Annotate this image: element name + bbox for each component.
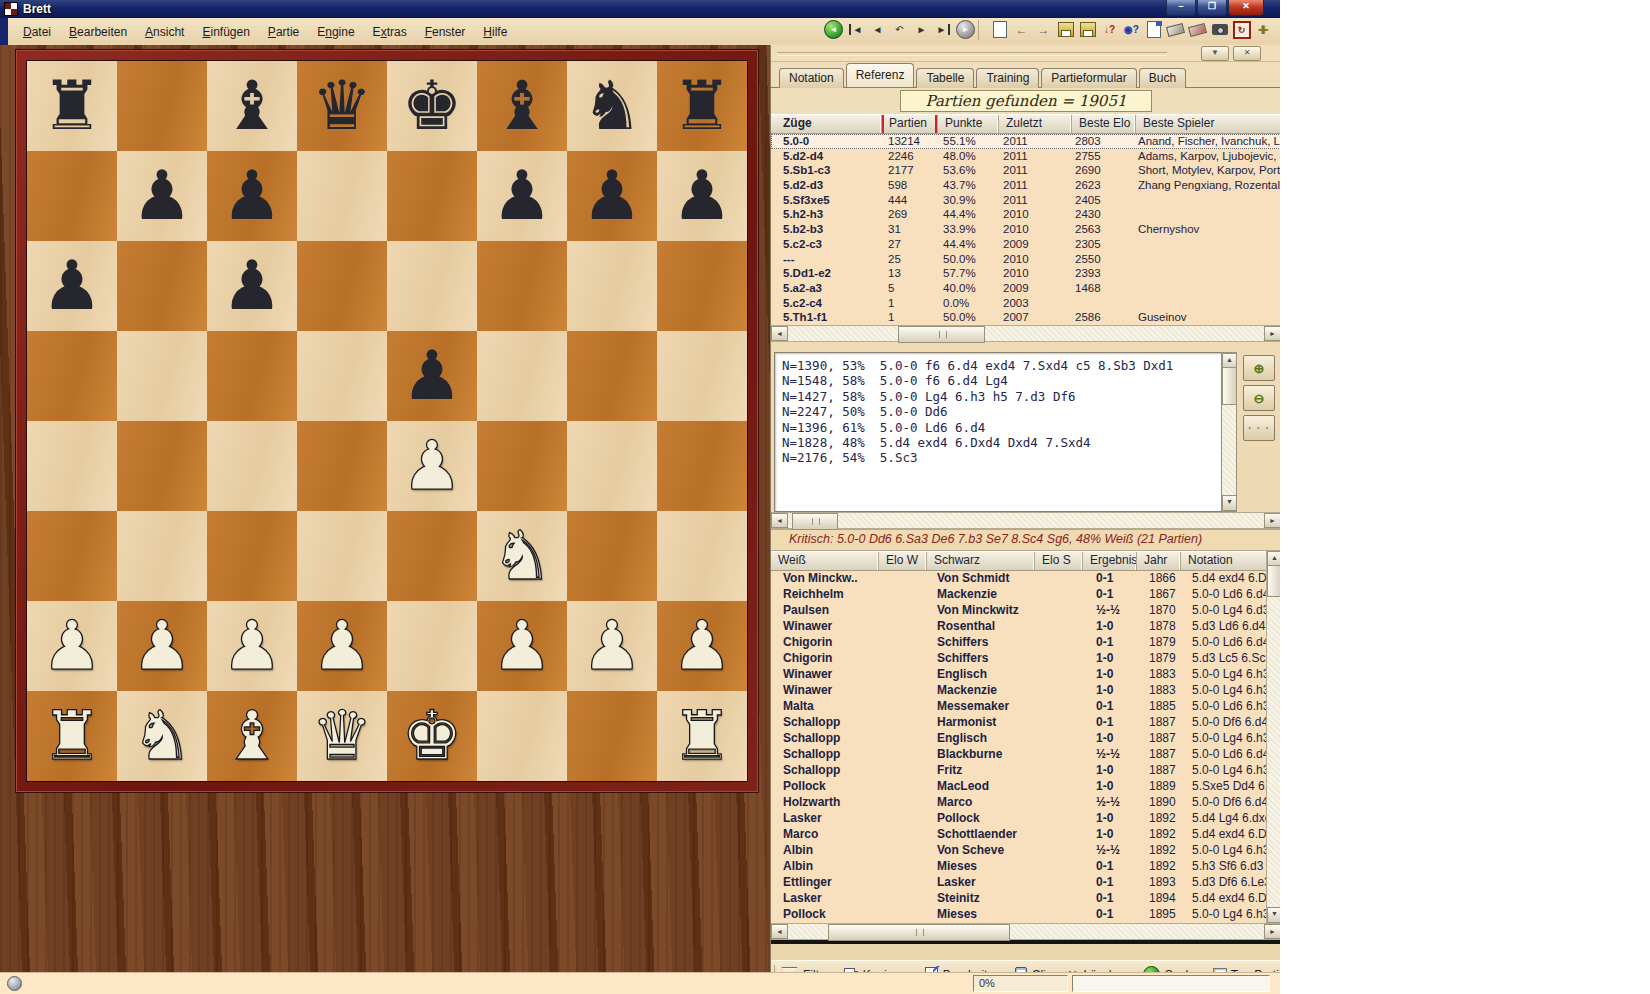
tab-training[interactable]: Training <box>976 68 1039 88</box>
zoom-buttons: ⊕ ⊖ · · · <box>1237 352 1280 512</box>
cell <box>883 699 930 715</box>
cell <box>883 843 930 859</box>
game-row-Ettlinger-Lasker[interactable]: EttlingerLasker0-118935.d3 Df6 6.Le3 h6 <box>771 875 1280 891</box>
square-b5[interactable] <box>117 331 207 421</box>
tab-buch[interactable]: Buch <box>1139 68 1186 88</box>
game-data-icon[interactable] <box>1143 19 1164 40</box>
cell: Pollock <box>771 779 883 795</box>
tab-partieformular[interactable]: Partieformular <box>1041 68 1136 88</box>
square-e6[interactable] <box>387 241 477 331</box>
eraser-icon[interactable] <box>1165 19 1186 40</box>
stats-table-rows: 5.0-01321455.1%20112803Anand, Fischer, I… <box>771 134 1280 325</box>
square-a1[interactable]: ♜ <box>27 691 117 781</box>
square-e1[interactable]: ♚ <box>387 691 477 781</box>
game-data-icon <box>1147 21 1161 38</box>
stats-row-5.c2-c4[interactable]: 5.c2-c410.0%2003 <box>771 296 1280 311</box>
square-g6[interactable] <box>567 241 657 331</box>
nav-forward-circle-icon[interactable]: ► <box>955 19 976 40</box>
arrow-left-icon[interactable]: ← <box>1011 19 1032 40</box>
square-c1[interactable]: ♝ <box>207 691 297 781</box>
tab-referenz[interactable]: Referenz <box>846 63 915 87</box>
status-bar: 0% <box>0 972 1280 994</box>
cell <box>883 779 930 795</box>
black-pawn-h7: ♟ <box>672 151 733 241</box>
cell: 269 <box>881 207 936 222</box>
square-h5[interactable] <box>657 331 747 421</box>
square-a3[interactable] <box>27 511 117 601</box>
menu-extras[interactable]: Extras <box>364 21 416 43</box>
game-row-Schallopp-Fritz[interactable]: SchalloppFritz1-018875.0-0 Lg4 6.h3 Lxf3 <box>771 763 1280 779</box>
cell: Englisch <box>930 667 1037 683</box>
cell <box>1037 811 1084 827</box>
game-row-Albin-Von Scheve[interactable]: AlbinVon Scheve½-½18925.0-0 Lg4 6.h3 h5 <box>771 843 1280 859</box>
scroll-left-icon[interactable]: ◄ <box>771 326 788 341</box>
cell: 2009 <box>996 237 1068 252</box>
square-h7[interactable]: ♟ <box>657 151 747 241</box>
game-row-Paulsen-Von Minckwitz[interactable]: PaulsenVon Minckwitz½-½18705.0-0 Lg4 6.d… <box>771 603 1280 619</box>
cell: 2393 <box>1068 266 1131 281</box>
zoom-in-button[interactable]: ⊕ <box>1243 355 1275 381</box>
game-row-Holzwarth-Marco[interactable]: HolzwarthMarco½-½18905.0-0 Df6 6.d4 exd <box>771 795 1280 811</box>
game-row-Marco-Schottlaender[interactable]: MarcoSchottlaender1-018925.d4 exd4 6.Dxd… <box>771 827 1280 843</box>
cell <box>1037 859 1084 875</box>
cell: 5.d2-d3 <box>771 178 881 193</box>
black-king-e8: ♚ <box>402 61 463 151</box>
cell: 2586 <box>1068 310 1131 325</box>
arrow-right-icon[interactable]: → <box>1033 19 1054 40</box>
cell <box>883 651 930 667</box>
black-knight-g8: ♞ <box>582 61 643 151</box>
cell: 1887 <box>1142 715 1185 731</box>
cell: Schallopp <box>771 731 883 747</box>
square-b4[interactable] <box>117 421 207 511</box>
cell: Marco <box>771 827 883 843</box>
scroll-down-icon[interactable]: ▼ <box>1222 495 1237 511</box>
load-question-icon[interactable]: ↓? <box>1099 19 1120 40</box>
cell: 25 <box>881 252 936 267</box>
engine-status-icon[interactable] <box>7 976 22 991</box>
col-jahr[interactable]: Jahr <box>1137 552 1181 570</box>
cell: 0-1 <box>1084 859 1142 875</box>
square-a2[interactable]: ♟ <box>27 601 117 691</box>
cell: 1890 <box>1142 795 1185 811</box>
cell: Von Minckwitz <box>930 603 1037 619</box>
square-a8[interactable]: ♜ <box>27 61 117 151</box>
col-elo-w[interactable]: Elo W <box>879 552 927 570</box>
cell: 2177 <box>881 163 936 178</box>
game-row-Schallopp-Harmonist[interactable]: SchalloppHarmonist0-118875.0-0 Df6 6.d4 … <box>771 715 1280 731</box>
game-row-Von Minckw..-Von Schmidt[interactable]: Von Minckw..Von Schmidt0-118665.d4 exd4 … <box>771 571 1280 587</box>
variation-line[interactable]: N=2247, 50% 5.0-0 Dd6 <box>782 404 1221 419</box>
stats-row-5.Sb1-c3[interactable]: 5.Sb1-c3217753.6%20112690Short, Motylev,… <box>771 163 1280 178</box>
square-b2[interactable]: ♟ <box>117 601 207 691</box>
variations-vscrollbar[interactable]: ▲ ▼ <box>1221 352 1237 512</box>
camera-icon[interactable] <box>1209 19 1230 40</box>
black-queen-d8: ♛ <box>312 61 373 151</box>
game-row-Winawer-Englisch[interactable]: WinawerEnglisch1-018835.0-0 Lg4 6.h3 Lxf… <box>771 667 1280 683</box>
stats-row-5.c2-c3[interactable]: 5.c2-c32744.4%20092305 <box>771 237 1280 252</box>
game-row-Chigorin-Schiffers[interactable]: ChigorinSchiffers1-018795.d3 Lc5 6.Sc3 L… <box>771 651 1280 667</box>
col-schwarz[interactable]: Schwarz <box>927 552 1035 570</box>
cell: Mackenzie <box>930 587 1037 603</box>
cell: 30.9% <box>936 193 996 208</box>
square-b8[interactable] <box>117 61 207 151</box>
scroll-down-icon[interactable]: ▼ <box>1267 907 1280 923</box>
cell: Harmonist <box>930 715 1037 731</box>
cell: 5.Sf3xe5 <box>771 193 881 208</box>
reference-panel: ▼ ✕ NotationReferenzTabelleTrainingParti… <box>770 45 1280 973</box>
square-g4[interactable] <box>567 421 657 511</box>
white-rook-a1: ♜ <box>42 691 103 781</box>
variations-box[interactable]: N=1390, 53% 5.0-0 f6 6.d4 exd4 7.Sxd4 c5… <box>774 352 1221 512</box>
square-c7[interactable]: ♟ <box>207 151 297 241</box>
scroll-left-icon[interactable]: ◄ <box>771 513 788 528</box>
cell: Reichhelm <box>771 587 883 603</box>
stats-row-5.Dd1-e2[interactable]: 5.Dd1-e21357.7%20102393 <box>771 266 1280 281</box>
square-c8[interactable]: ♝ <box>207 61 297 151</box>
load-question-icon: ↓? <box>1104 24 1115 35</box>
cell: 2010 <box>996 207 1068 222</box>
cell: 1-0 <box>1084 811 1142 827</box>
game-row-Chigorin-Schiffers[interactable]: ChigorinSchiffers0-118795.0-0 Ld6 6.d4 L… <box>771 635 1280 651</box>
col-beste-spieler[interactable]: Beste Spieler <box>1136 115 1280 133</box>
games-table: Weiß Elo W Schwarz Elo S Ergebnis Jahr N… <box>771 551 1280 923</box>
square-f4[interactable] <box>477 421 567 511</box>
square-b1[interactable]: ♞ <box>117 691 207 781</box>
square-f7[interactable]: ♟ <box>477 151 567 241</box>
games-vscrollbar[interactable]: ▲ ▼ <box>1266 551 1280 923</box>
square-d4[interactable] <box>297 421 387 511</box>
cell: 1879 <box>1142 651 1185 667</box>
zoom-out-button[interactable]: ⊖ <box>1243 385 1275 411</box>
replay-board-icon[interactable]: ↻ <box>1231 19 1252 40</box>
cell: 2755 <box>1068 149 1131 164</box>
square-g7[interactable]: ♟ <box>567 151 657 241</box>
cell: 2010 <box>996 266 1068 281</box>
cell: 0-1 <box>1084 891 1142 907</box>
col-elo-s[interactable]: Elo S <box>1035 552 1083 570</box>
square-h4[interactable] <box>657 421 747 511</box>
cell: 2563 <box>1068 222 1131 237</box>
game-row-Pollock-Mieses[interactable]: PollockMieses0-118955.0-0 Lg4 6.h3 h5 <box>771 907 1280 923</box>
game-row-Winawer-Mackenzie[interactable]: WinawerMackenzie1-018835.0-0 Lg4 6.h3 Lx… <box>771 683 1280 699</box>
cell: 2011 <box>996 134 1068 149</box>
square-d6[interactable] <box>297 241 387 331</box>
square-g1[interactable] <box>567 691 657 781</box>
cell: Malta <box>771 699 883 715</box>
square-d7[interactable] <box>297 151 387 241</box>
variation-line[interactable]: N=2176, 54% 5.Sc3 <box>782 450 1221 465</box>
square-a4[interactable] <box>27 421 117 511</box>
cell: Guseinov <box>1131 310 1280 325</box>
cell: 1-0 <box>1084 763 1142 779</box>
cell: 1893 <box>1142 875 1185 891</box>
square-d8[interactable]: ♛ <box>297 61 387 151</box>
new-game-icon[interactable] <box>989 19 1010 40</box>
variation-line[interactable]: N=1828, 48% 5.d4 exd4 6.Dxd4 Dxd4 7.Sxd4 <box>782 435 1221 450</box>
game-row-Albin-Mieses[interactable]: AlbinMieses0-118925.h3 Sf6 6.d3 Lc5 <box>771 859 1280 875</box>
variations-hscrollbar[interactable]: ◄ ► <box>771 512 1280 529</box>
palette-plus-icon[interactable]: + <box>1253 19 1274 40</box>
square-a5[interactable] <box>27 331 117 421</box>
menu-datei[interactable]: Datei <box>14 21 60 43</box>
cell <box>1131 252 1280 267</box>
game-row-Reichhelm-Mackenzie[interactable]: ReichhelmMackenzie0-118675.0-0 Ld6 6.d4 … <box>771 587 1280 603</box>
menu-bar: DateiBearbeitenAnsichtEinfügenPartieEngi… <box>0 18 1280 46</box>
cell: Steinitz <box>930 891 1037 907</box>
cell: 2803 <box>1068 134 1131 149</box>
col-partien[interactable]: Partien <box>882 115 938 133</box>
cell <box>883 875 930 891</box>
game-row-Pollock-MacLeod[interactable]: PollockMacLeod1-018895.Sxe5 Dd4 6.Sg4 <box>771 779 1280 795</box>
square-d1[interactable]: ♛ <box>297 691 387 781</box>
square-f5[interactable] <box>477 331 567 421</box>
col-zuege[interactable]: Züge <box>771 115 882 133</box>
stats-row-5.Sf3xe5[interactable]: 5.Sf3xe544430.9%20112405 <box>771 193 1280 208</box>
more-options-button[interactable]: · · · <box>1243 415 1275 441</box>
title-bar: Brett – ❐ ✕ <box>0 0 1280 18</box>
variation-line[interactable]: N=1390, 53% 5.0-0 f6 6.d4 exd4 7.Sxd4 c5… <box>782 358 1221 373</box>
cell: 5.0-0 <box>771 134 881 149</box>
camera-icon <box>1212 24 1228 35</box>
stats-row-5.a2-a3[interactable]: 5.a2-a3540.0%20091468 <box>771 281 1280 296</box>
variation-line[interactable]: N=1548, 58% 5.0-0 f6 6.d4 Lg4 <box>782 373 1221 388</box>
panel-close-button[interactable]: ✕ <box>1233 46 1261 61</box>
game-row-Schallopp-Blackburne[interactable]: SchalloppBlackburne½-½18875.0-0 Ld6 6.d4… <box>771 747 1280 763</box>
cell: Pollock <box>771 907 883 923</box>
white-pawn-c2: ♟ <box>222 601 283 691</box>
col-weiss[interactable]: Weiß <box>771 552 879 570</box>
square-c3[interactable] <box>207 511 297 601</box>
white-rook-h1: ♜ <box>672 691 733 781</box>
stats-row-5.h2-h3[interactable]: 5.h2-h326944.4%20102430 <box>771 207 1280 222</box>
restore-button[interactable]: ❐ <box>1197 0 1227 16</box>
white-knight-f3: ♞ <box>492 511 553 601</box>
cell: 1 <box>881 296 936 311</box>
square-g3[interactable] <box>567 511 657 601</box>
variation-line[interactable]: N=1427, 58% 5.0-0 Lg4 6.h3 h5 7.d3 Df6 <box>782 389 1221 404</box>
cell: 5.d2-d4 <box>771 149 881 164</box>
cell: 40.0% <box>936 281 996 296</box>
square-c2[interactable]: ♟ <box>207 601 297 691</box>
square-e3[interactable] <box>387 511 477 601</box>
cell: Mieses <box>930 859 1037 875</box>
first-move-icon[interactable]: ◄ <box>845 19 866 40</box>
cell <box>883 811 930 827</box>
eraser-red-icon[interactable] <box>1187 19 1208 40</box>
tab-tabelle[interactable]: Tabelle <box>916 68 974 88</box>
square-e7[interactable] <box>387 151 477 241</box>
cell: 2011 <box>996 149 1068 164</box>
cell <box>1037 779 1084 795</box>
scroll-left-icon[interactable]: ◄ <box>771 924 788 939</box>
cell: 1-0 <box>1084 651 1142 667</box>
col-zuletzt[interactable]: Zuletzt <box>999 115 1072 133</box>
games-table-rows: Von Minckw..Von Schmidt0-118665.d4 exd4 … <box>771 571 1280 923</box>
square-a6[interactable]: ♟ <box>27 241 117 331</box>
col-punkte[interactable]: Punkte <box>938 115 999 133</box>
square-f6[interactable] <box>477 241 567 331</box>
menu-engine[interactable]: Engine <box>308 21 363 43</box>
arrow-right-icon: → <box>1038 23 1050 37</box>
game-row-Lasker-Pollock[interactable]: LaskerPollock1-018925.d4 Lg4 6.dxe5 D <box>771 811 1280 827</box>
undo-move-icon[interactable]: ↶ <box>889 19 910 40</box>
board-area: ♜♝♛♚♝♞♜♟♟♟♟♟♟♟♟♟♞♟♟♟♟♟♟♟♜♞♝♛♚♜ <box>0 45 770 973</box>
square-c6[interactable]: ♟ <box>207 241 297 331</box>
game-row-Winawer-Rosenthal[interactable]: WinawerRosenthal1-018785.d3 Ld6 6.d4 Lg4 <box>771 619 1280 635</box>
cell: 53.6% <box>936 163 996 178</box>
game-row-Malta-Messemaker[interactable]: MaltaMessemaker0-118855.0-0 Ld6 6.h3 c5 … <box>771 699 1280 715</box>
nav-back-circle-icon[interactable]: ◄ <box>823 19 844 40</box>
cell: Fritz <box>930 763 1037 779</box>
web-question-icon[interactable]: ◉? <box>1121 19 1142 40</box>
cell: Mackenzie <box>930 683 1037 699</box>
menu-partie[interactable]: Partie <box>259 21 308 43</box>
cell: 5.Th1-f1 <box>771 310 881 325</box>
previous-move-icon[interactable]: ◄ <box>867 19 888 40</box>
col-beste-elo[interactable]: Beste Elo <box>1072 115 1136 133</box>
cell: 1895 <box>1142 907 1185 923</box>
square-g2[interactable]: ♟ <box>567 601 657 691</box>
save-as-icon[interactable] <box>1077 19 1098 40</box>
cell: Marco <box>930 795 1037 811</box>
stats-row-5.Th1-f1[interactable]: 5.Th1-f1150.0%20072586Guseinov <box>771 310 1280 325</box>
scroll-right-icon[interactable]: ► <box>1264 513 1280 528</box>
white-knight-b1: ♞ <box>132 691 193 781</box>
square-d2[interactable]: ♟ <box>297 601 387 691</box>
scroll-right-icon[interactable]: ► <box>1264 924 1280 939</box>
square-h6[interactable] <box>657 241 747 331</box>
games-hscrollbar[interactable]: ◄ ► <box>771 923 1280 940</box>
progress-bar <box>1072 975 1270 992</box>
panel-tabs: NotationReferenzTabelleTrainingPartiefor… <box>771 62 1280 88</box>
square-f3[interactable]: ♞ <box>477 511 567 601</box>
game-row-Lasker-Steinitz[interactable]: LaskerSteinitz0-118945.d4 exd4 6.Dxd4 <box>771 891 1280 907</box>
eraser-icon <box>1166 22 1185 36</box>
stats-row----[interactable]: ---2550.0%20102550 <box>771 252 1280 267</box>
minimize-button[interactable]: – <box>1166 0 1196 16</box>
panel-top-strip: ▼ ✕ <box>771 45 1280 62</box>
menu-hilfe[interactable]: Hilfe <box>474 21 516 43</box>
app-chessboard-icon <box>4 2 18 16</box>
cell: 1887 <box>1142 731 1185 747</box>
cell: 1-0 <box>1084 731 1142 747</box>
cell <box>1037 731 1084 747</box>
variation-line[interactable]: N=1396, 61% 5.0-0 Ld6 6.d4 <box>782 420 1221 435</box>
cell: Lasker <box>771 891 883 907</box>
application-window: Brett – ❐ ✕ DateiBearbeitenAnsichtEinfüg… <box>0 0 1280 994</box>
cell: Pollock <box>930 811 1037 827</box>
chess-board: ♜♝♛♚♝♞♜♟♟♟♟♟♟♟♟♟♞♟♟♟♟♟♟♟♜♞♝♛♚♜ <box>27 61 747 781</box>
square-f1[interactable] <box>477 691 567 781</box>
menu-ansicht[interactable]: Ansicht <box>136 21 193 43</box>
square-f8[interactable]: ♝ <box>477 61 567 151</box>
cell <box>1037 651 1084 667</box>
cell: 2011 <box>996 193 1068 208</box>
game-row-Schallopp-Englisch[interactable]: SchalloppEnglisch1-018875.0-0 Lg4 6.h3 L… <box>771 731 1280 747</box>
games-found-label: Partien gefunden = 19051 <box>900 90 1152 112</box>
square-b6[interactable] <box>117 241 207 331</box>
square-h3[interactable] <box>657 511 747 601</box>
menu-fenster[interactable]: Fenster <box>416 21 475 43</box>
square-b3[interactable] <box>117 511 207 601</box>
stats-hscrollbar[interactable]: ◄ ► <box>771 325 1280 342</box>
square-e4[interactable]: ♟ <box>387 421 477 511</box>
square-e5[interactable]: ♟ <box>387 331 477 421</box>
cell <box>1037 699 1084 715</box>
cell: 2690 <box>1068 163 1131 178</box>
menu-bearbeiten[interactable]: Bearbeiten <box>60 21 136 43</box>
square-b7[interactable]: ♟ <box>117 151 207 241</box>
cell: 27 <box>881 237 936 252</box>
col-ergebnis[interactable]: Ergebnis <box>1083 552 1137 570</box>
stats-row-5.d2-d4[interactable]: 5.d2-d4224648.0%20112755Adams, Karpov, L… <box>771 149 1280 164</box>
square-e8[interactable]: ♚ <box>387 61 477 151</box>
square-h8[interactable]: ♜ <box>657 61 747 151</box>
cell: Schiffers <box>930 635 1037 651</box>
cell: 0-1 <box>1084 587 1142 603</box>
cell: 2011 <box>996 163 1068 178</box>
cell: 1892 <box>1142 859 1185 875</box>
cell: 2009 <box>996 281 1068 296</box>
cell <box>883 747 930 763</box>
square-g5[interactable] <box>567 331 657 421</box>
square-g8[interactable]: ♞ <box>567 61 657 151</box>
square-c4[interactable] <box>207 421 297 511</box>
next-move-icon[interactable]: ► <box>911 19 932 40</box>
stats-row-5.b2-b3[interactable]: 5.b2-b33133.9%20102563Chernyshov <box>771 222 1280 237</box>
stats-row-5.0-0[interactable]: 5.0-01321455.1%20112803Anand, Fischer, I… <box>771 134 1280 149</box>
square-e2[interactable] <box>387 601 477 691</box>
cell <box>1037 875 1084 891</box>
square-c5[interactable] <box>207 331 297 421</box>
square-h1[interactable]: ♜ <box>657 691 747 781</box>
square-d3[interactable] <box>297 511 387 601</box>
cell <box>1037 763 1084 779</box>
panel-menu-dropdown-button[interactable]: ▼ <box>1201 46 1229 61</box>
cell: Schallopp <box>771 715 883 731</box>
stats-row-5.d2-d3[interactable]: 5.d2-d359843.7%20112623Zhang Pengxiang, … <box>771 178 1280 193</box>
replay-board-icon: ↻ <box>1233 21 1251 39</box>
menu-einfügen[interactable]: Einfügen <box>193 21 258 43</box>
cell <box>1037 667 1084 683</box>
black-pawn-b7: ♟ <box>132 151 193 241</box>
white-pawn-e4: ♟ <box>402 421 463 511</box>
save-icon[interactable] <box>1055 19 1076 40</box>
arrow-left-icon: ← <box>1016 23 1028 37</box>
cell <box>883 827 930 843</box>
cell: ½-½ <box>1084 603 1142 619</box>
cell: 1870 <box>1142 603 1185 619</box>
tab-notation[interactable]: Notation <box>779 68 844 88</box>
cell <box>1131 266 1280 281</box>
square-d5[interactable] <box>297 331 387 421</box>
cell: Von Minckw.. <box>771 571 883 587</box>
cell <box>883 907 930 923</box>
scroll-right-icon[interactable]: ► <box>1264 326 1280 341</box>
square-h2[interactable]: ♟ <box>657 601 747 691</box>
cell: Winawer <box>771 683 883 699</box>
close-button[interactable]: ✕ <box>1228 0 1264 16</box>
square-f2[interactable]: ♟ <box>477 601 567 691</box>
cell: Winawer <box>771 619 883 635</box>
square-a7[interactable] <box>27 151 117 241</box>
cell: 2246 <box>881 149 936 164</box>
last-move-icon[interactable]: ► <box>933 19 954 40</box>
cell: 0-1 <box>1084 715 1142 731</box>
cell: 5.Dd1-e2 <box>771 266 881 281</box>
cell: 44.4% <box>936 237 996 252</box>
